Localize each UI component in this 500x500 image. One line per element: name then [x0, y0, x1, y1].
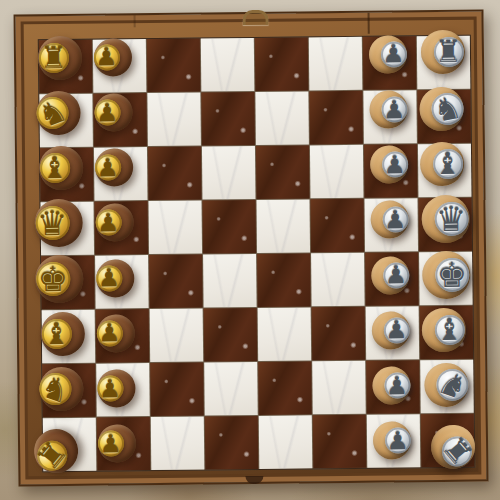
piece-gold-pawn-g2[interactable]: ♟ — [97, 369, 135, 407]
silver-metal-top: ♜ — [433, 37, 463, 67]
square-h4[interactable] — [205, 416, 259, 470]
rook-glyph: ♜ — [435, 37, 462, 67]
square-h5[interactable] — [259, 415, 313, 469]
gold-metal-top: ♟ — [96, 265, 122, 291]
square-f3[interactable] — [150, 309, 204, 363]
pawn-glyph: ♟ — [385, 318, 408, 343]
piece-silver-pawn-c7[interactable]: ♟ — [369, 146, 407, 184]
piece-gold-bishop-c1[interactable]: ♝ — [38, 146, 82, 190]
piece-silver-bishop-c8[interactable]: ♝ — [419, 142, 463, 186]
pawn-glyph: ♟ — [99, 431, 122, 456]
piece-silver-pawn-f7[interactable]: ♟ — [371, 311, 409, 349]
case-ring-latch-icon[interactable] — [243, 10, 269, 25]
bishop-glyph: ♝ — [41, 153, 68, 183]
square-b3[interactable] — [147, 93, 201, 147]
square-g6[interactable] — [312, 361, 366, 415]
piece-silver-pawn-h7[interactable]: ♟ — [372, 422, 410, 460]
square-b6[interactable] — [309, 91, 363, 145]
square-b5[interactable] — [255, 91, 309, 145]
piece-silver-knight-b8[interactable]: ♞ — [419, 87, 463, 131]
pawn-glyph: ♟ — [386, 373, 409, 398]
silver-metal-top: ♟ — [384, 372, 410, 398]
gold-metal-top: ♟ — [94, 99, 120, 125]
pawn-glyph: ♟ — [97, 210, 120, 235]
square-g3[interactable] — [150, 363, 204, 417]
queen-glyph: ♛ — [37, 206, 68, 240]
square-e5[interactable] — [257, 253, 311, 307]
bishop-glyph: ♝ — [434, 149, 461, 179]
gold-metal-top: ♟ — [97, 431, 123, 457]
piece-gold-pawn-c2[interactable]: ♟ — [94, 148, 132, 186]
square-h6[interactable] — [313, 415, 367, 469]
square-c6[interactable] — [310, 145, 364, 199]
piece-silver-pawn-e7[interactable]: ♟ — [371, 256, 409, 294]
pawn-glyph: ♟ — [382, 42, 405, 67]
square-d4[interactable] — [202, 200, 256, 254]
wooden-case-frame: ♜♞♝♛♚♝♞♜♟♟♟♟♟♟♟♟♟♟♟♟♟♟♟♟♜♞♝♛♚♝♞♜ — [14, 10, 489, 487]
silver-metal-top: ♛ — [434, 202, 468, 236]
gold-metal-top: ♞ — [39, 373, 71, 405]
piece-gold-pawn-e2[interactable]: ♟ — [96, 259, 134, 297]
piece-gold-rook-a1[interactable]: ♜ — [37, 36, 81, 80]
piece-silver-bishop-f8[interactable]: ♝ — [421, 308, 465, 352]
pawn-glyph: ♟ — [95, 45, 118, 70]
gold-metal-top: ♛ — [35, 206, 69, 240]
piece-silver-rook-a8[interactable]: ♜ — [420, 30, 464, 74]
piece-gold-pawn-d2[interactable]: ♟ — [95, 204, 133, 242]
piece-gold-queen-d1[interactable]: ♛ — [34, 199, 83, 248]
square-e3[interactable] — [149, 255, 203, 309]
square-e6[interactable] — [311, 253, 365, 307]
piece-silver-pawn-d7[interactable]: ♟ — [370, 201, 408, 239]
pawn-glyph: ♟ — [99, 376, 122, 401]
square-c4[interactable] — [202, 146, 256, 200]
piece-silver-pawn-b7[interactable]: ♟ — [369, 90, 407, 128]
bishop-glyph: ♝ — [436, 315, 463, 345]
pawn-glyph: ♟ — [96, 155, 119, 180]
piece-silver-pawn-a7[interactable]: ♟ — [368, 35, 406, 73]
pawn-glyph: ♟ — [383, 97, 406, 122]
silver-metal-top: ♚ — [435, 257, 469, 291]
square-d6[interactable] — [310, 199, 364, 253]
gold-metal-top: ♟ — [97, 375, 123, 401]
square-a6[interactable] — [309, 37, 363, 91]
square-d5[interactable] — [256, 199, 310, 253]
square-a4[interactable] — [201, 38, 255, 92]
gold-metal-top: ♝ — [39, 153, 69, 183]
silver-metal-top: ♟ — [384, 428, 410, 454]
silver-metal-top: ♟ — [380, 41, 406, 67]
frame-wood-seam — [368, 13, 370, 34]
square-c5[interactable] — [256, 145, 310, 199]
pawn-glyph: ♟ — [384, 207, 407, 232]
piece-gold-pawn-h2[interactable]: ♟ — [97, 424, 135, 462]
knight-glyph: ♞ — [431, 91, 464, 127]
gold-metal-top: ♟ — [95, 155, 121, 181]
gold-metal-top: ♜ — [38, 43, 68, 73]
square-a5[interactable] — [255, 37, 309, 91]
silver-metal-top: ♟ — [381, 96, 407, 122]
piece-silver-king-e8[interactable]: ♚ — [422, 250, 471, 299]
pawn-glyph: ♟ — [384, 262, 407, 287]
square-b4[interactable] — [201, 92, 255, 146]
gold-metal-top: ♟ — [93, 44, 119, 70]
silver-metal-top: ♟ — [382, 207, 408, 233]
square-g4[interactable] — [204, 362, 258, 416]
pawn-glyph: ♟ — [386, 428, 409, 453]
king-glyph: ♚ — [37, 262, 68, 296]
silver-metal-top: ♞ — [431, 93, 463, 125]
piece-gold-pawn-a2[interactable]: ♟ — [93, 38, 131, 76]
piece-gold-bishop-f1[interactable]: ♝ — [40, 312, 84, 356]
piece-gold-knight-g1[interactable]: ♞ — [39, 367, 83, 411]
square-h3[interactable] — [151, 417, 205, 471]
square-a3[interactable] — [147, 39, 201, 93]
silver-metal-top: ♝ — [434, 315, 464, 345]
gold-metal-top: ♚ — [36, 261, 70, 295]
case-hinge-icon — [245, 476, 263, 484]
frame-wood-seam — [134, 15, 136, 27]
silver-metal-top: ♟ — [383, 317, 409, 343]
bishop-glyph: ♝ — [43, 319, 70, 349]
piece-gold-king-e1[interactable]: ♚ — [35, 254, 84, 303]
king-glyph: ♚ — [436, 257, 467, 291]
pawn-glyph: ♟ — [98, 321, 121, 346]
square-g5[interactable] — [258, 361, 312, 415]
pawn-glyph: ♟ — [383, 152, 406, 177]
piece-gold-pawn-f2[interactable]: ♟ — [96, 314, 134, 352]
piece-silver-knight-g8[interactable]: ♞ — [424, 363, 468, 407]
piece-gold-pawn-b2[interactable]: ♟ — [94, 93, 132, 131]
pawn-glyph: ♟ — [96, 100, 119, 125]
piece-gold-knight-b1[interactable]: ♞ — [36, 91, 80, 135]
gold-metal-top: ♟ — [96, 320, 122, 346]
gold-metal-top: ♟ — [95, 210, 121, 236]
square-e4[interactable] — [203, 254, 257, 308]
rook-glyph: ♜ — [40, 43, 67, 73]
square-f5[interactable] — [258, 307, 312, 361]
square-f4[interactable] — [204, 308, 258, 362]
piece-silver-pawn-g7[interactable]: ♟ — [372, 366, 410, 404]
piece-silver-queen-d8[interactable]: ♛ — [421, 195, 470, 244]
chess-photo-scene: ♜♞♝♛♚♝♞♜♟♟♟♟♟♟♟♟♟♟♟♟♟♟♟♟♜♞♝♛♚♝♞♜ — [0, 0, 500, 500]
gold-metal-top: ♝ — [41, 319, 71, 349]
silver-metal-top: ♝ — [432, 149, 462, 179]
square-d3[interactable] — [149, 201, 203, 255]
silver-metal-top: ♟ — [383, 262, 409, 288]
queen-glyph: ♛ — [436, 202, 467, 236]
square-c3[interactable] — [148, 147, 202, 201]
gold-metal-top: ♞ — [36, 97, 68, 129]
square-f6[interactable] — [312, 307, 366, 361]
silver-metal-top: ♞ — [436, 369, 468, 401]
pawn-glyph: ♟ — [97, 265, 120, 290]
silver-metal-top: ♟ — [381, 152, 407, 178]
